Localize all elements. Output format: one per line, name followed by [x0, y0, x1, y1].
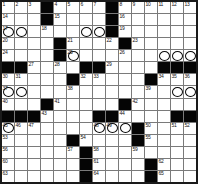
cell-r14c4[interactable]	[54, 171, 66, 182]
cell-r7c14[interactable]	[184, 86, 196, 97]
clue-number: 47	[29, 123, 34, 128]
cell-r8c5[interactable]	[67, 99, 79, 110]
cell-r12c4[interactable]	[54, 147, 66, 158]
cell-r6c1[interactable]: 31	[15, 74, 27, 85]
cell-r6c13[interactable]: 35	[171, 74, 183, 85]
cell-r0c7[interactable]: 7	[93, 2, 105, 13]
cell-r4c9[interactable]: 26	[119, 50, 131, 61]
cell-r7c11[interactable]: 39	[145, 86, 157, 97]
cell-r6c3[interactable]	[41, 74, 53, 85]
circle-marker	[16, 87, 27, 97]
cell-r4c12[interactable]	[158, 50, 170, 61]
cell-r3c14[interactable]	[184, 38, 196, 49]
cell-r4c14[interactable]	[184, 50, 196, 61]
clue-number: 29	[107, 62, 112, 67]
cell-r12c12[interactable]	[158, 147, 170, 158]
cell-r0c13[interactable]: 12	[171, 2, 183, 13]
clue-number: 23	[133, 38, 138, 43]
black-cell-r5c6	[80, 62, 92, 73]
clue-number: 21	[68, 38, 73, 43]
clue-number: 28	[55, 62, 60, 67]
cell-r0c2[interactable]: 3	[28, 2, 40, 13]
cell-r3c13[interactable]	[171, 38, 183, 49]
cell-r4c1[interactable]	[15, 50, 27, 61]
black-cell-r8c9	[119, 99, 131, 110]
cell-r2c11[interactable]	[145, 26, 157, 37]
cell-r7c13[interactable]	[171, 86, 183, 97]
cell-r0c1[interactable]: 2	[15, 2, 27, 13]
clue-number: 16	[120, 14, 125, 19]
cell-r3c2[interactable]	[28, 38, 40, 49]
cell-r6c8[interactable]	[106, 74, 118, 85]
cell-r8c14[interactable]	[184, 99, 196, 110]
cell-r0c0[interactable]: 1	[2, 2, 14, 13]
clue-number: 51	[172, 123, 177, 128]
cell-r12c10[interactable]: 59	[132, 147, 144, 158]
cell-r2c4[interactable]	[54, 26, 66, 37]
cell-r12c5[interactable]: 57	[67, 147, 79, 158]
clue-number: 53	[3, 135, 8, 140]
cell-r13c9[interactable]	[119, 159, 131, 170]
black-cell-r9c2	[28, 111, 40, 122]
clue-number: 30	[3, 74, 8, 79]
clue-number: 62	[159, 159, 164, 164]
cell-r10c2[interactable]: 47	[28, 123, 40, 134]
cell-r1c4[interactable]: 15	[54, 14, 66, 25]
black-cell-r9c14	[184, 111, 196, 122]
cell-r14c12[interactable]: 65	[158, 171, 170, 182]
cell-r11c11[interactable]: 55	[145, 135, 157, 146]
clue-number: 42	[133, 99, 138, 104]
cell-r13c10[interactable]	[132, 159, 144, 170]
clue-number: 31	[16, 74, 21, 79]
cell-r1c6[interactable]	[80, 14, 92, 25]
black-cell-r5c1	[15, 62, 27, 73]
circle-marker	[3, 123, 14, 133]
cell-r6c14[interactable]: 36	[184, 74, 196, 85]
clue-number: 32	[81, 74, 86, 79]
cell-r11c3[interactable]	[41, 135, 53, 146]
cell-r11c8[interactable]	[106, 135, 118, 146]
cell-r12c3[interactable]	[41, 147, 53, 158]
cell-r13c3[interactable]	[41, 159, 53, 170]
black-cell-r9c13	[171, 111, 183, 122]
cell-r13c12[interactable]: 62	[158, 159, 170, 170]
cell-r0c6[interactable]: 6	[80, 2, 92, 13]
clue-number: 11	[159, 2, 164, 7]
black-cell-r3c4	[54, 38, 66, 49]
cell-r1c10[interactable]	[132, 14, 144, 25]
cell-r7c8[interactable]	[106, 86, 118, 97]
cell-r1c13[interactable]	[171, 14, 183, 25]
cell-r13c14[interactable]	[184, 159, 196, 170]
clue-number: 40	[3, 99, 8, 104]
black-cell-r6c11	[145, 74, 157, 85]
cell-r4c13[interactable]	[171, 50, 183, 61]
cell-r2c6[interactable]	[80, 26, 92, 37]
cell-r2c14[interactable]	[184, 26, 196, 37]
cell-r5c3[interactable]	[41, 62, 53, 73]
cell-r9c4[interactable]	[54, 111, 66, 122]
cell-r6c0[interactable]: 30	[2, 74, 14, 85]
cell-r7c0[interactable]: 37	[2, 86, 14, 97]
clue-number: 36	[185, 74, 190, 79]
cell-r12c8[interactable]	[106, 147, 118, 158]
cell-r5c4[interactable]: 28	[54, 62, 66, 73]
cell-r12c1[interactable]	[15, 147, 27, 158]
cell-r11c4[interactable]	[54, 135, 66, 146]
cell-r2c7[interactable]	[93, 26, 105, 37]
cell-r12c14[interactable]	[184, 147, 196, 158]
cell-r1c14[interactable]	[184, 14, 196, 25]
clue-number: 38	[68, 86, 73, 91]
cell-r6c12[interactable]: 34	[158, 74, 170, 85]
black-cell-r1c8	[106, 14, 118, 25]
cell-r11c0[interactable]: 53	[2, 135, 14, 146]
clue-number: 22	[107, 38, 112, 43]
crossword-grid: 1234567891011121314151617181920212223242…	[0, 0, 198, 184]
black-cell-r5c0	[2, 62, 14, 73]
black-cell-r2c8	[106, 26, 118, 37]
cell-r13c8[interactable]	[106, 159, 118, 170]
cell-r4c3[interactable]	[41, 50, 53, 61]
black-cell-r0c3	[41, 2, 53, 13]
clue-number: 61	[94, 159, 99, 164]
cell-r7c4[interactable]	[54, 86, 66, 97]
cell-r13c4[interactable]	[54, 159, 66, 170]
cell-r10c1[interactable]: 46	[15, 123, 27, 134]
clue-number: 50	[146, 123, 151, 128]
clue-number: 26	[120, 50, 125, 55]
cell-r9c6[interactable]	[80, 111, 92, 122]
cell-r12c2[interactable]	[28, 147, 40, 158]
cell-r3c3[interactable]	[41, 38, 53, 49]
black-cell-r14c6	[80, 171, 92, 182]
clue-number: 54	[81, 135, 86, 140]
cell-r7c2[interactable]	[28, 86, 40, 97]
clue-number: 55	[146, 135, 151, 140]
cell-r9c11[interactable]	[145, 111, 157, 122]
cell-r10c9[interactable]	[119, 123, 131, 134]
black-cell-r1c3	[41, 14, 53, 25]
clue-number: 5	[68, 2, 70, 7]
cell-r10c12[interactable]	[158, 123, 170, 134]
cell-r10c5[interactable]	[67, 123, 79, 134]
cell-r14c0[interactable]: 63	[2, 171, 14, 182]
cell-r8c13[interactable]	[171, 99, 183, 110]
cell-r4c2[interactable]	[28, 50, 40, 61]
cell-r2c1[interactable]	[15, 26, 27, 37]
black-cell-r5c13	[171, 62, 183, 73]
cell-r0c9[interactable]: 8	[119, 2, 131, 13]
cell-r0c4[interactable]: 4	[54, 2, 66, 13]
cell-r8c8[interactable]	[106, 99, 118, 110]
clue-number: 44	[120, 111, 125, 116]
cell-r7c5[interactable]: 38	[67, 86, 79, 97]
cell-r3c6[interactable]	[80, 38, 92, 49]
cell-r12c9[interactable]	[119, 147, 131, 158]
cell-r0c11[interactable]: 10	[145, 2, 157, 13]
cell-r14c13[interactable]	[171, 171, 183, 182]
clue-number: 57	[68, 147, 73, 152]
cell-r2c12[interactable]	[158, 26, 170, 37]
cell-r4c11[interactable]	[145, 50, 157, 61]
cell-r7c7[interactable]	[93, 86, 105, 97]
cell-r3c7[interactable]	[93, 38, 105, 49]
cell-r7c6[interactable]	[80, 86, 92, 97]
clue-number: 63	[3, 171, 8, 176]
cell-r2c13[interactable]	[171, 26, 183, 37]
black-cell-r9c8	[106, 111, 118, 122]
clue-number: 15	[55, 14, 60, 19]
cell-r1c1[interactable]	[15, 14, 27, 25]
cell-r13c2[interactable]	[28, 159, 40, 170]
clue-number: 3	[29, 2, 31, 7]
cell-r6c7[interactable]: 33	[93, 74, 105, 85]
cell-r8c6[interactable]	[80, 99, 92, 110]
circle-marker	[172, 87, 183, 97]
cell-r7c1[interactable]	[15, 86, 27, 97]
clue-number: 20	[3, 38, 8, 43]
black-cell-r9c7	[93, 111, 105, 122]
black-cell-r9c1	[15, 111, 27, 122]
cell-r14c2[interactable]	[28, 171, 40, 182]
cell-r13c5[interactable]	[67, 159, 79, 170]
black-cell-r13c6	[80, 159, 92, 170]
cell-r6c4[interactable]	[54, 74, 66, 85]
cell-r1c12[interactable]	[158, 14, 170, 25]
cell-r10c3[interactable]	[41, 123, 53, 134]
cell-r13c1[interactable]	[15, 159, 27, 170]
cell-r3c0[interactable]: 20	[2, 38, 14, 49]
clue-number: 35	[172, 74, 177, 79]
black-cell-r5c7	[93, 62, 105, 73]
cell-r12c13[interactable]	[171, 147, 183, 158]
cell-r11c12[interactable]	[158, 135, 170, 146]
cell-r13c0[interactable]: 60	[2, 159, 14, 170]
cell-r10c14[interactable]: 52	[184, 123, 196, 134]
cell-r5c2[interactable]: 27	[28, 62, 40, 73]
cell-r14c3[interactable]	[41, 171, 53, 182]
circle-marker	[185, 51, 196, 61]
cell-r11c13[interactable]	[171, 135, 183, 146]
cell-r11c6[interactable]: 54	[80, 135, 92, 146]
cell-r5c8[interactable]: 29	[106, 62, 118, 73]
cell-r14c7[interactable]: 64	[93, 171, 105, 182]
circle-marker	[3, 87, 14, 97]
clue-number: 64	[94, 171, 99, 176]
cell-r10c11[interactable]: 50	[145, 123, 157, 134]
cell-r5c5[interactable]	[67, 62, 79, 73]
clue-number: 46	[16, 123, 21, 128]
clue-number: 56	[3, 147, 8, 152]
cell-r4c6[interactable]	[80, 50, 92, 61]
cell-r5c11[interactable]	[145, 62, 157, 73]
circle-marker	[81, 27, 92, 37]
cell-r9c5[interactable]	[67, 111, 79, 122]
cell-r10c13[interactable]: 51	[171, 123, 183, 134]
cell-r6c10[interactable]	[132, 74, 144, 85]
cell-r1c9[interactable]: 16	[119, 14, 131, 25]
cell-r14c14[interactable]	[184, 171, 196, 182]
cell-r1c11[interactable]	[145, 14, 157, 25]
cell-r2c0[interactable]: 17	[2, 26, 14, 37]
clue-number: 41	[55, 99, 60, 104]
clue-number: 52	[185, 123, 190, 128]
cell-r14c1[interactable]	[15, 171, 27, 182]
cell-r9c12[interactable]	[158, 111, 170, 122]
clue-number: 18	[42, 26, 47, 31]
cell-r1c5[interactable]	[67, 14, 79, 25]
clue-number: 60	[3, 159, 8, 164]
black-cell-r10c10	[132, 123, 144, 134]
clue-number: 58	[94, 147, 99, 152]
clue-number: 24	[3, 50, 8, 55]
cell-r12c0[interactable]: 56	[2, 147, 14, 158]
cell-r3c1[interactable]	[15, 38, 27, 49]
cell-r3c5[interactable]: 21	[67, 38, 79, 49]
cell-r10c0[interactable]: 45	[2, 123, 14, 134]
black-cell-r6c5	[67, 74, 79, 85]
cell-r2c3[interactable]: 18	[41, 26, 53, 37]
black-cell-r11c10	[132, 135, 144, 146]
cell-r0c5[interactable]: 5	[67, 2, 79, 13]
cell-r5c10[interactable]	[132, 62, 144, 73]
cell-r8c0[interactable]: 40	[2, 99, 14, 110]
black-cell-r12c6	[80, 147, 92, 158]
black-cell-r13c11	[145, 159, 157, 170]
cell-r4c10[interactable]	[132, 50, 144, 61]
black-cell-r0c8	[106, 2, 118, 13]
black-cell-r9c0	[2, 111, 14, 122]
crossword-puzzle: 1234567891011121314151617181920212223242…	[0, 0, 198, 184]
circle-marker	[185, 87, 196, 97]
clue-number: 34	[159, 74, 164, 79]
cell-r11c14[interactable]	[184, 135, 196, 146]
circle-marker	[3, 27, 14, 37]
cell-r3c11[interactable]	[145, 38, 157, 49]
circle-marker	[94, 27, 105, 37]
circle-marker	[159, 51, 170, 61]
cell-r10c8[interactable]: 49	[106, 123, 118, 134]
cell-r13c7[interactable]: 61	[93, 159, 105, 170]
cell-r4c0[interactable]: 24	[2, 50, 14, 61]
cell-r7c9[interactable]	[119, 86, 131, 97]
cell-r14c5[interactable]	[67, 171, 79, 182]
clue-number: 65	[159, 171, 164, 176]
cell-r3c10[interactable]: 23	[132, 38, 144, 49]
cell-r2c9[interactable]: 19	[119, 26, 131, 37]
cell-r5c9[interactable]	[119, 62, 131, 73]
cell-r12c11[interactable]	[145, 147, 157, 158]
cell-r11c1[interactable]	[15, 135, 27, 146]
cell-r0c12[interactable]: 11	[158, 2, 170, 13]
circle-marker	[120, 123, 131, 133]
cell-r14c10[interactable]	[132, 171, 144, 182]
cell-r10c6[interactable]	[80, 123, 92, 134]
cell-r9c9[interactable]: 44	[119, 111, 131, 122]
cell-r10c4[interactable]	[54, 123, 66, 134]
clue-number: 43	[42, 111, 47, 116]
black-cell-r5c12	[158, 62, 170, 73]
cell-r4c7[interactable]	[93, 50, 105, 61]
clue-number: 7	[94, 2, 96, 7]
cell-r10c7[interactable]: 48	[93, 123, 105, 134]
circle-marker	[172, 51, 183, 61]
cell-r8c11[interactable]	[145, 99, 157, 110]
circle-marker	[94, 123, 105, 133]
clue-number: 59	[133, 147, 138, 152]
cell-r6c2[interactable]	[28, 74, 40, 85]
black-cell-r5c14	[184, 62, 196, 73]
black-cell-r8c3	[41, 99, 53, 110]
cell-r6c6[interactable]: 32	[80, 74, 92, 85]
clue-number: 14	[3, 14, 8, 19]
circle-marker	[16, 27, 27, 37]
cell-r4c5[interactable]: 25	[67, 50, 79, 61]
cell-r8c10[interactable]: 42	[132, 99, 144, 110]
clue-number: 4	[55, 2, 57, 7]
clue-number: 8	[120, 2, 122, 7]
cell-r0c14[interactable]: 13	[184, 2, 196, 13]
cell-r11c2[interactable]	[28, 135, 40, 146]
cell-r8c2[interactable]	[28, 99, 40, 110]
cell-r7c10[interactable]	[132, 86, 144, 97]
cell-r4c8[interactable]	[106, 50, 118, 61]
cell-r12c7[interactable]: 58	[93, 147, 105, 158]
clue-number: 33	[94, 74, 99, 79]
cell-r11c9[interactable]	[119, 135, 131, 146]
clue-number: 19	[120, 26, 125, 31]
circle-marker	[107, 123, 118, 133]
cell-r9c3[interactable]: 43	[41, 111, 53, 122]
clue-number: 6	[81, 2, 83, 7]
cell-r2c5[interactable]	[67, 26, 79, 37]
cell-r14c8[interactable]	[106, 171, 118, 182]
cell-r8c4[interactable]: 41	[54, 99, 66, 110]
clue-number: 39	[146, 86, 151, 91]
cell-r2c10[interactable]	[132, 26, 144, 37]
black-cell-r3c9	[119, 38, 131, 49]
cell-r1c2[interactable]	[28, 14, 40, 25]
cell-r1c0[interactable]: 14	[2, 14, 14, 25]
cell-r0c10[interactable]: 9	[132, 2, 144, 13]
cell-r3c8[interactable]: 22	[106, 38, 118, 49]
cell-r7c12[interactable]	[158, 86, 170, 97]
black-cell-r14c11	[145, 171, 157, 182]
clue-number: 2	[16, 2, 18, 7]
cell-r8c1[interactable]	[15, 99, 27, 110]
cell-r14c9[interactable]	[119, 171, 131, 182]
circle-marker	[68, 51, 79, 61]
cell-r8c7[interactable]	[93, 99, 105, 110]
cell-r8c12[interactable]	[158, 99, 170, 110]
cell-r3c12[interactable]	[158, 38, 170, 49]
clue-number: 27	[29, 62, 34, 67]
cell-r13c13[interactable]	[171, 159, 183, 170]
black-cell-r11c5	[67, 135, 79, 146]
cell-r6c9[interactable]	[119, 74, 131, 85]
clue-number: 10	[146, 2, 151, 7]
black-cell-r4c4	[54, 50, 66, 61]
clue-number: 9	[133, 2, 135, 7]
cell-r1c7[interactable]	[93, 14, 105, 25]
cell-r9c10[interactable]	[132, 111, 144, 122]
cell-r7c3[interactable]	[41, 86, 53, 97]
cell-r2c2[interactable]	[28, 26, 40, 37]
clue-number: 1	[3, 2, 5, 7]
cell-r11c7[interactable]	[93, 135, 105, 146]
